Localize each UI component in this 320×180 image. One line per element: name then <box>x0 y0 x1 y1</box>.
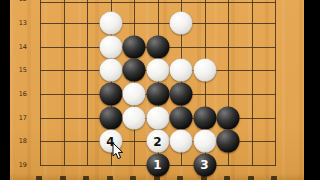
column-label-stub <box>107 176 113 180</box>
letterbox-left <box>0 0 10 180</box>
column-label-stub <box>248 176 254 180</box>
stone-white <box>146 59 169 82</box>
column-label-stub <box>154 176 160 180</box>
column-label-stub <box>224 176 230 180</box>
go-board[interactable]: 13141516171819124213 <box>10 0 304 180</box>
stone-black <box>146 83 169 106</box>
row-label: 14 <box>11 43 27 50</box>
stone-black: 3 <box>193 153 216 176</box>
stone-white <box>146 106 169 129</box>
row-label: 16 <box>11 91 27 98</box>
column-label-stub <box>201 176 207 180</box>
row-label: 13 <box>11 20 27 27</box>
stone-black <box>146 35 169 58</box>
stone-black <box>123 35 146 58</box>
row-label: 17 <box>11 114 27 121</box>
row-label-clipped: 12 <box>11 0 27 3</box>
move-number: 3 <box>200 159 208 171</box>
mouse-cursor <box>112 143 124 160</box>
stone-white <box>123 106 146 129</box>
column-label-stub <box>36 176 42 180</box>
column-label-stub <box>130 176 136 180</box>
grid-hline <box>40 2 276 3</box>
stone-black <box>217 130 240 153</box>
stone-white <box>99 59 122 82</box>
column-label-stub <box>60 176 66 180</box>
stone-black <box>99 83 122 106</box>
row-label: 18 <box>11 138 27 145</box>
stone-black <box>99 106 122 129</box>
stone-white <box>193 130 216 153</box>
stone-black <box>170 106 193 129</box>
column-label-stub <box>83 176 89 180</box>
stone-white: 2 <box>146 130 169 153</box>
stone-black: 1 <box>146 153 169 176</box>
row-label: 15 <box>11 67 27 74</box>
stone-white <box>99 12 122 35</box>
move-number: 1 <box>153 159 161 171</box>
stone-black <box>170 83 193 106</box>
letterbox-right <box>304 0 320 180</box>
stone-white <box>99 35 122 58</box>
stone-white <box>193 59 216 82</box>
stone-white <box>123 83 146 106</box>
column-label-stub <box>271 176 277 180</box>
stone-white <box>170 130 193 153</box>
stone-black <box>123 59 146 82</box>
column-label-stub <box>177 176 183 180</box>
stone-black <box>193 106 216 129</box>
grid-hline <box>40 23 276 24</box>
stone-white <box>170 59 193 82</box>
stone-white <box>170 12 193 35</box>
row-label: 19 <box>11 161 27 168</box>
move-number: 2 <box>153 135 161 147</box>
stone-black <box>217 106 240 129</box>
